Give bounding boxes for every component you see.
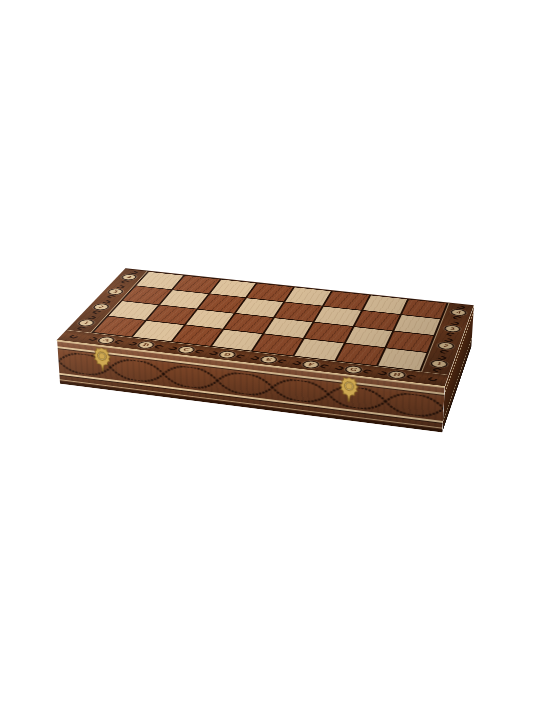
scroll-ornament xyxy=(167,346,179,351)
scroll-ornament xyxy=(68,334,80,339)
scroll-ornament xyxy=(333,365,345,370)
chess-box: 4321 4321 ABCDEFGH xyxy=(81,227,461,417)
file-label-b: B xyxy=(137,341,154,348)
scroll-ornament xyxy=(153,344,165,349)
scroll-ornament xyxy=(319,364,331,369)
brass-latch-right-icon xyxy=(337,375,361,404)
rank-label-4: 4 xyxy=(451,309,466,315)
file-label-a: A xyxy=(97,337,114,344)
rank-label-2: 2 xyxy=(93,304,110,310)
rank-label-3: 3 xyxy=(445,325,460,332)
rank-label-1: 1 xyxy=(78,320,95,327)
rank-label-3: 3 xyxy=(107,289,123,295)
scroll-ornament xyxy=(113,339,125,344)
brass-latch-left-icon xyxy=(91,346,114,374)
scroll-ornament xyxy=(127,341,139,346)
rank-label-1: 1 xyxy=(431,360,447,367)
chess-box-3d: 4321 4321 ABCDEFGH xyxy=(57,268,474,386)
rank-label-2: 2 xyxy=(438,342,453,349)
scroll-ornament xyxy=(86,315,97,320)
scroll-ornament xyxy=(208,350,220,355)
file-label-e: E xyxy=(260,356,277,363)
scroll-ornament xyxy=(362,369,374,374)
scroll-ornament xyxy=(405,374,417,379)
scroll-ornament xyxy=(235,354,247,359)
file-label-g: G xyxy=(345,366,362,374)
scroll-ornament xyxy=(277,359,289,364)
file-label-h: H xyxy=(389,371,405,379)
scroll-ornament xyxy=(75,326,86,331)
file-label-f: F xyxy=(302,361,319,368)
scroll-ornament xyxy=(194,349,206,354)
scroll-ornament xyxy=(249,355,261,360)
file-label-c: C xyxy=(178,346,195,353)
product-photo-canvas: 4321 4321 ABCDEFGH xyxy=(0,0,540,720)
scroll-ornament xyxy=(435,355,447,360)
rank-label-4: 4 xyxy=(121,274,137,280)
scroll-ornament xyxy=(442,338,453,343)
scroll-ornament xyxy=(87,336,99,341)
scroll-ornament xyxy=(291,360,303,365)
scroll-ornament xyxy=(377,370,389,375)
file-label-d: D xyxy=(219,351,236,358)
scroll-ornament xyxy=(427,376,439,381)
